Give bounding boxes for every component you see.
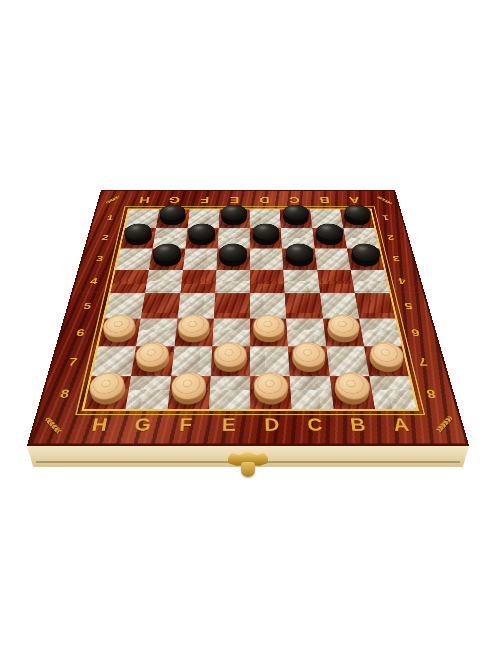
file-label: C (289, 195, 300, 205)
file-label: D (259, 195, 270, 205)
piece-white-F8[interactable] (171, 379, 207, 406)
piece-white-C7[interactable] (291, 349, 326, 374)
piece-black-A1[interactable] (343, 211, 372, 227)
file-label: B (349, 415, 367, 435)
piece-black-G3[interactable] (152, 250, 182, 268)
rank-label: 6 (410, 327, 421, 339)
piece-top (214, 342, 247, 367)
file-label: D (264, 415, 280, 435)
checkers-board: HGFEDCBA HGFEDCBA 12345678 12345678 ««««… (27, 190, 469, 446)
file-label: G (168, 195, 181, 205)
piece-black-A3[interactable] (350, 250, 381, 268)
corner-chevrons-bottom-left: ««««« (41, 413, 65, 435)
piece-top (219, 244, 247, 262)
file-label: E (230, 195, 240, 205)
file-label: G (133, 415, 152, 435)
pieces-layer (81, 208, 419, 410)
piece-black-E1[interactable] (221, 211, 247, 227)
rank-label: 2 (101, 233, 110, 242)
piece-black-F2[interactable] (188, 230, 216, 247)
rank-label: 4 (89, 276, 99, 286)
brass-clasp-tab (241, 462, 255, 477)
piece-white-H6[interactable] (102, 321, 137, 344)
piece-top (253, 314, 285, 337)
piece-black-H2[interactable] (124, 230, 154, 247)
piece-top (283, 205, 310, 221)
piece-white-B6[interactable] (326, 321, 360, 344)
piece-black-G1[interactable] (159, 211, 187, 227)
piece-top (221, 205, 247, 221)
rank-label: 1 (106, 214, 115, 222)
rank-label: 7 (67, 355, 79, 368)
rank-label: 7 (417, 355, 429, 368)
piece-black-C3[interactable] (285, 250, 314, 268)
rank-label: 1 (382, 214, 391, 222)
piece-white-H8[interactable] (88, 379, 127, 406)
file-label: A (391, 415, 410, 435)
rank-label: 3 (95, 254, 104, 263)
piece-white-G7[interactable] (135, 349, 171, 374)
file-label: B (319, 195, 331, 205)
file-label: C (307, 415, 324, 435)
rank-label: 5 (403, 300, 413, 311)
rank-label: 5 (82, 300, 92, 311)
file-label: H (90, 415, 109, 435)
piece-white-E7[interactable] (214, 349, 247, 374)
piece-top (252, 224, 279, 241)
bottom-file-labels: HGFEDCBA (74, 407, 427, 443)
board-3d-scene: HGFEDCBA HGFEDCBA 12345678 12345678 ««««… (71, 115, 424, 468)
piece-black-E3[interactable] (219, 250, 247, 268)
rank-label: 6 (75, 327, 86, 339)
rank-label: 4 (397, 276, 407, 286)
file-label: H (139, 195, 151, 205)
piece-black-C1[interactable] (282, 211, 309, 227)
piece-white-A7[interactable] (367, 349, 404, 374)
piece-white-F6[interactable] (178, 321, 211, 344)
piece-black-D2[interactable] (252, 230, 279, 247)
piece-top (285, 244, 314, 262)
file-label: F (179, 415, 193, 435)
file-label: E (222, 415, 236, 435)
file-label: F (200, 195, 210, 205)
corner-chevrons-top-right: »»»»» (375, 195, 394, 206)
rank-label: 8 (59, 387, 71, 401)
piece-black-B2[interactable] (315, 230, 344, 247)
corner-chevrons-top-left: ««««« (103, 195, 122, 206)
piece-white-D8[interactable] (253, 379, 288, 406)
corner-chevrons-bottom-right: »»»»» (431, 413, 455, 435)
piece-white-D6[interactable] (253, 321, 285, 344)
piece-white-B8[interactable] (333, 379, 371, 406)
file-label: A (348, 195, 360, 205)
rank-label: 3 (392, 254, 401, 263)
rank-label: 8 (425, 387, 437, 401)
rank-label: 2 (386, 233, 395, 242)
